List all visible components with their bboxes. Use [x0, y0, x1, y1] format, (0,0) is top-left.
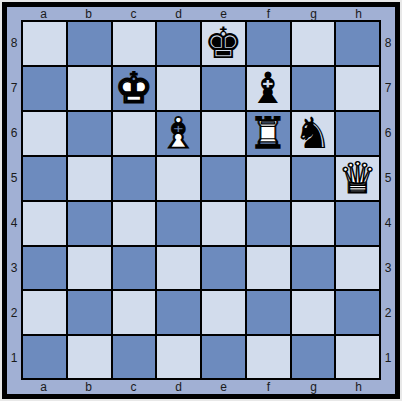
black-bishop[interactable]: ♝	[249, 67, 288, 110]
square-d8[interactable]	[157, 22, 200, 65]
square-a3[interactable]	[23, 247, 66, 290]
square-h4[interactable]	[336, 202, 379, 245]
square-b1[interactable]	[68, 336, 111, 379]
black-knight[interactable]: ♞	[294, 112, 333, 155]
white-bishop-outline: ♗	[159, 112, 198, 155]
square-g1[interactable]	[292, 336, 335, 379]
white-king[interactable]: ♚♔	[115, 67, 154, 110]
square-f5[interactable]	[247, 157, 290, 200]
rank-labels-left: 87654321	[7, 20, 21, 380]
rank-label-7: 7	[385, 82, 392, 94]
file-label-a: a	[40, 381, 47, 393]
file-label-g: g	[310, 8, 317, 20]
rank-label-8: 8	[385, 37, 392, 49]
rank-label-4: 4	[385, 217, 392, 229]
rank-label-7: 7	[11, 82, 18, 94]
rank-label-2: 2	[385, 307, 392, 319]
square-c5[interactable]	[113, 157, 156, 200]
board-margin: abcdefgh 87654321 ♚♚♔♝♝♗♜♖♞♛♕ 87654321 a…	[7, 7, 395, 394]
rank-label-1: 1	[385, 352, 392, 364]
square-h1[interactable]	[336, 336, 379, 379]
file-label-d: d	[175, 8, 182, 20]
square-b5[interactable]	[68, 157, 111, 200]
rank-label-1: 1	[11, 352, 18, 364]
file-label-b: b	[85, 8, 92, 20]
square-a8[interactable]	[23, 22, 66, 65]
square-b6[interactable]	[68, 112, 111, 155]
square-g2[interactable]	[292, 291, 335, 334]
corner-top-right	[381, 7, 395, 20]
square-b2[interactable]	[68, 291, 111, 334]
square-g5[interactable]	[292, 157, 335, 200]
square-e4[interactable]	[202, 202, 245, 245]
square-e2[interactable]	[202, 291, 245, 334]
square-f7[interactable]: ♝	[247, 67, 290, 110]
diagram-outer-frame: abcdefgh 87654321 ♚♚♔♝♝♗♜♖♞♛♕ 87654321 a…	[0, 0, 402, 401]
file-label-f: f	[267, 381, 270, 393]
square-e3[interactable]	[202, 247, 245, 290]
square-a4[interactable]	[23, 202, 66, 245]
file-labels-top: abcdefgh	[21, 7, 381, 20]
black-king[interactable]: ♚	[204, 22, 243, 65]
file-label-e: e	[220, 381, 227, 393]
rank-labels-right: 87654321	[381, 20, 395, 380]
square-e8[interactable]: ♚	[202, 22, 245, 65]
square-e1[interactable]	[202, 336, 245, 379]
file-label-h: h	[355, 381, 362, 393]
square-a5[interactable]	[23, 157, 66, 200]
white-queen-outline: ♕	[338, 157, 377, 200]
square-a2[interactable]	[23, 291, 66, 334]
square-f2[interactable]	[247, 291, 290, 334]
board-border: abcdefgh 87654321 ♚♚♔♝♝♗♜♖♞♛♕ 87654321 a…	[2, 2, 400, 399]
square-f1[interactable]	[247, 336, 290, 379]
square-h6[interactable]	[336, 112, 379, 155]
square-d5[interactable]	[157, 157, 200, 200]
square-b8[interactable]	[68, 22, 111, 65]
square-f3[interactable]	[247, 247, 290, 290]
file-label-d: d	[175, 381, 182, 393]
file-label-b: b	[85, 381, 92, 393]
corner-top-left	[7, 7, 21, 20]
white-king-outline: ♔	[115, 67, 154, 110]
square-f6[interactable]: ♜♖	[247, 112, 290, 155]
square-g3[interactable]	[292, 247, 335, 290]
square-g4[interactable]	[292, 202, 335, 245]
square-d4[interactable]	[157, 202, 200, 245]
white-queen[interactable]: ♛♕	[338, 157, 377, 200]
white-bishop[interactable]: ♝♗	[159, 112, 198, 155]
file-labels-bottom: abcdefgh	[21, 380, 381, 394]
file-label-g: g	[310, 381, 317, 393]
square-g7[interactable]	[292, 67, 335, 110]
square-g8[interactable]	[292, 22, 335, 65]
square-h3[interactable]	[336, 247, 379, 290]
file-label-c: c	[131, 381, 137, 393]
square-e6[interactable]	[202, 112, 245, 155]
square-d2[interactable]	[157, 291, 200, 334]
square-f4[interactable]	[247, 202, 290, 245]
file-label-a: a	[40, 8, 47, 20]
square-b7[interactable]	[68, 67, 111, 110]
rank-label-3: 3	[385, 262, 392, 274]
chess-board: ♚♚♔♝♝♗♜♖♞♛♕	[21, 20, 381, 380]
file-label-c: c	[131, 8, 137, 20]
rank-label-5: 5	[385, 172, 392, 184]
square-d1[interactable]	[157, 336, 200, 379]
square-g6[interactable]: ♞	[292, 112, 335, 155]
file-label-f: f	[267, 8, 270, 20]
square-c8[interactable]	[113, 22, 156, 65]
square-e7[interactable]	[202, 67, 245, 110]
square-d6[interactable]: ♝♗	[157, 112, 200, 155]
rank-label-3: 3	[11, 262, 18, 274]
square-c7[interactable]: ♚♔	[113, 67, 156, 110]
square-c2[interactable]	[113, 291, 156, 334]
corner-bottom-left	[7, 380, 21, 394]
square-d3[interactable]	[157, 247, 200, 290]
square-a1[interactable]	[23, 336, 66, 379]
square-a6[interactable]	[23, 112, 66, 155]
square-h2[interactable]	[336, 291, 379, 334]
square-h5[interactable]: ♛♕	[336, 157, 379, 200]
square-c4[interactable]	[113, 202, 156, 245]
rank-label-8: 8	[11, 37, 18, 49]
square-e5[interactable]	[202, 157, 245, 200]
square-h7[interactable]	[336, 67, 379, 110]
square-c1[interactable]	[113, 336, 156, 379]
rank-label-5: 5	[11, 172, 18, 184]
square-f8[interactable]	[247, 22, 290, 65]
rank-label-6: 6	[11, 127, 18, 139]
white-rook-outline: ♖	[249, 112, 288, 155]
rank-label-4: 4	[11, 217, 18, 229]
square-b3[interactable]	[68, 247, 111, 290]
square-c3[interactable]	[113, 247, 156, 290]
square-a7[interactable]	[23, 67, 66, 110]
white-rook[interactable]: ♜♖	[249, 112, 288, 155]
corner-bottom-right	[381, 380, 395, 394]
rank-label-2: 2	[11, 307, 18, 319]
square-c6[interactable]	[113, 112, 156, 155]
square-d7[interactable]	[157, 67, 200, 110]
file-label-h: h	[355, 8, 362, 20]
square-h8[interactable]	[336, 22, 379, 65]
rank-label-6: 6	[385, 127, 392, 139]
square-b4[interactable]	[68, 202, 111, 245]
